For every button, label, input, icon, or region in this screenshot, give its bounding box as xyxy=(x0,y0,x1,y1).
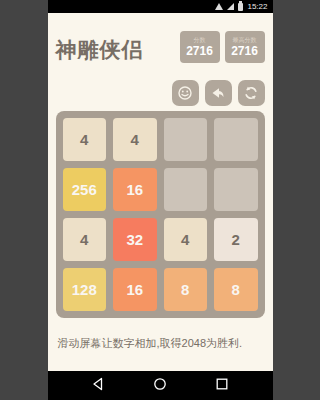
nav-recents-button[interactable] xyxy=(215,377,229,394)
home-icon xyxy=(153,377,167,394)
page-title: 神雕侠侣 xyxy=(56,36,144,64)
undo-icon xyxy=(210,85,226,101)
tile-4: 4 xyxy=(164,218,208,261)
tile-32: 32 xyxy=(113,218,157,261)
score-label: 分数 xyxy=(194,37,206,44)
empty-cell xyxy=(214,118,258,161)
tile-8: 8 xyxy=(164,268,208,311)
tile-16: 16 xyxy=(113,168,157,211)
toolbar xyxy=(48,64,273,106)
best-score-box: 最高分数 2716 xyxy=(225,31,265,63)
tile-4: 4 xyxy=(63,118,107,161)
tile-256: 256 xyxy=(63,168,107,211)
score-panel: 分数 2716 最高分数 2716 xyxy=(180,31,265,63)
navigation-bar xyxy=(48,371,273,400)
restart-icon xyxy=(243,85,259,101)
tile-4: 4 xyxy=(63,218,107,261)
tile-4: 4 xyxy=(113,118,157,161)
empty-cell xyxy=(164,118,208,161)
status-bar: 15:22 xyxy=(48,0,273,13)
wifi-icon xyxy=(215,3,223,10)
tile-16: 16 xyxy=(113,268,157,311)
best-score-value: 2716 xyxy=(231,45,258,58)
battery-icon xyxy=(238,3,243,11)
header: 神雕侠侣 分数 2716 最高分数 2716 xyxy=(48,13,273,64)
score-value: 2716 xyxy=(186,45,213,58)
smiley-icon xyxy=(177,85,193,101)
tile-8: 8 xyxy=(214,268,258,311)
recents-icon xyxy=(215,377,229,394)
tile-128: 128 xyxy=(63,268,107,311)
restart-button[interactable] xyxy=(238,80,265,106)
score-box: 分数 2716 xyxy=(180,31,220,63)
signal-icon xyxy=(227,3,234,10)
board[interactable]: 4425616432421281688 xyxy=(56,111,265,318)
best-score-label: 最高分数 xyxy=(233,37,257,44)
phone-screen: 15:22 神雕侠侣 分数 2716 最高分数 2716 xyxy=(48,0,273,400)
tile-2: 2 xyxy=(214,218,258,261)
hint-text: 滑动屏幕让数字相加,取得2048为胜利. xyxy=(48,318,273,351)
empty-cell xyxy=(214,168,258,211)
nav-back-button[interactable] xyxy=(91,377,105,394)
empty-cell xyxy=(164,168,208,211)
back-icon xyxy=(91,377,105,394)
nav-home-button[interactable] xyxy=(153,377,167,394)
undo-button[interactable] xyxy=(205,80,232,106)
mood-button[interactable] xyxy=(172,80,199,106)
status-time: 15:22 xyxy=(247,0,267,13)
